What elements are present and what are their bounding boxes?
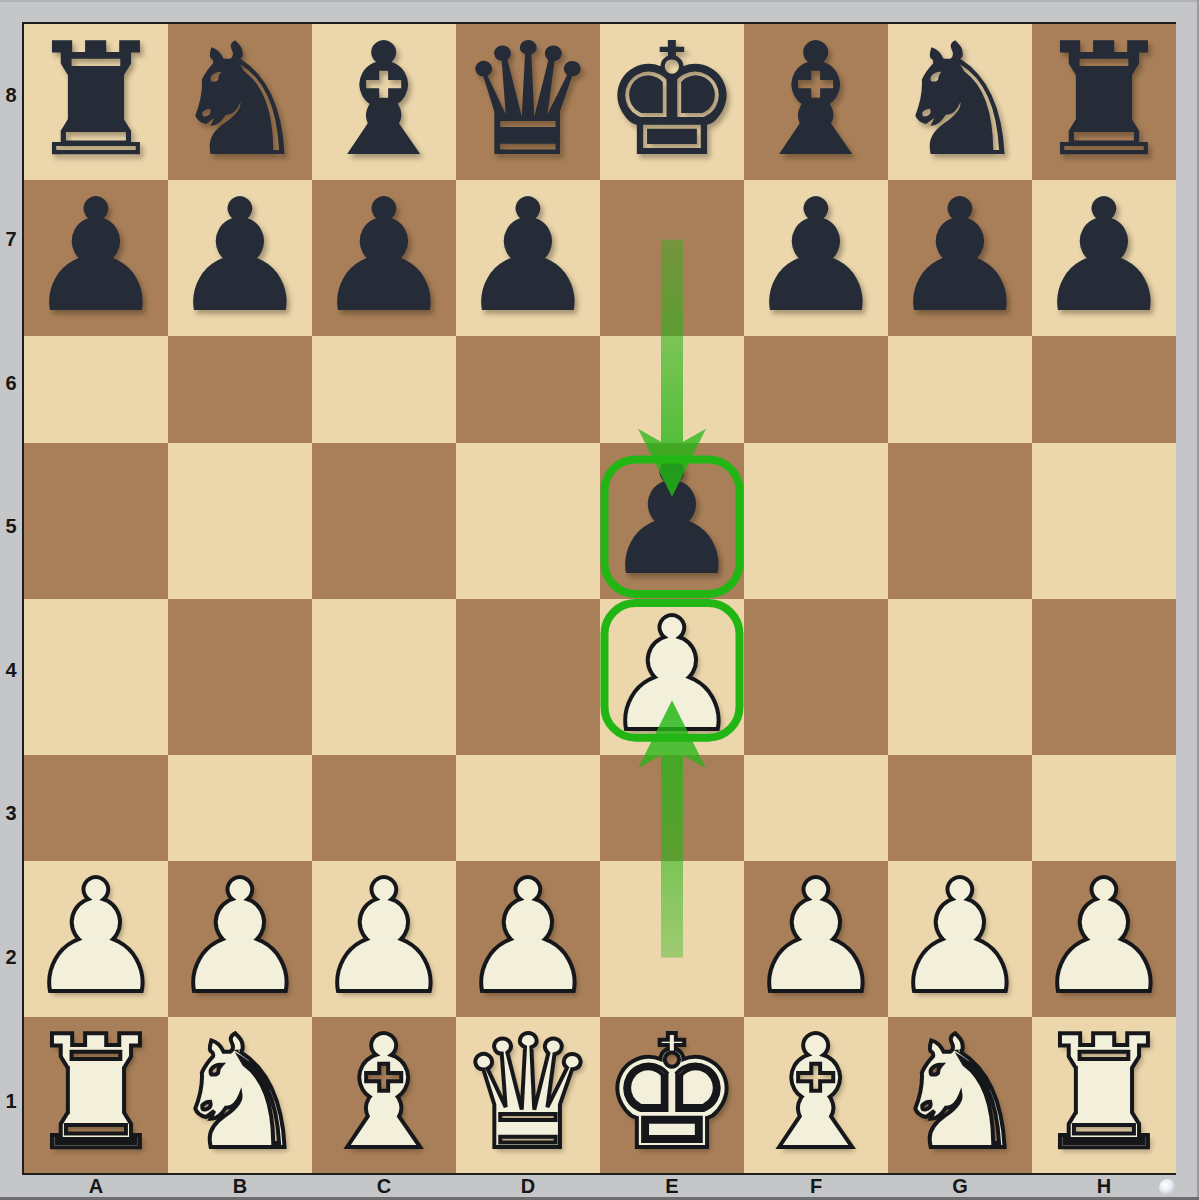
file-label-B: B (168, 1175, 312, 1197)
square-e8[interactable]: ♚ (600, 24, 744, 180)
piece-black-rook-a8[interactable]: ♜ (26, 22, 166, 178)
rank-label-6: 6 (0, 371, 22, 395)
piece-black-queen-d8[interactable]: ♛ (458, 22, 598, 178)
square-f1[interactable]: ♝ (744, 1017, 888, 1173)
square-a8[interactable]: ♜ (24, 24, 168, 180)
frame-edge-top (0, 0, 1199, 2)
piece-white-pawn-d2[interactable]: ♟ (458, 859, 598, 1015)
square-h6[interactable] (1032, 336, 1176, 443)
square-f8[interactable]: ♝ (744, 24, 888, 180)
piece-black-pawn-g7[interactable]: ♟ (890, 178, 1030, 334)
piece-black-pawn-d7[interactable]: ♟ (458, 178, 598, 334)
square-e3[interactable] (600, 755, 744, 862)
square-h4[interactable] (1032, 599, 1176, 755)
piece-black-pawn-h7[interactable]: ♟ (1034, 178, 1174, 334)
piece-white-bishop-c1[interactable]: ♝ (314, 1015, 454, 1171)
piece-white-bishop-f1[interactable]: ♝ (746, 1015, 886, 1171)
square-c7[interactable]: ♟ (312, 180, 456, 336)
square-a7[interactable]: ♟ (24, 180, 168, 336)
square-h2[interactable]: ♟ (1032, 861, 1176, 1017)
square-g8[interactable]: ♞ (888, 24, 1032, 180)
file-label-F: F (744, 1175, 888, 1197)
square-g2[interactable]: ♟ (888, 861, 1032, 1017)
square-a2[interactable]: ♟ (24, 861, 168, 1017)
rank-label-3: 3 (0, 802, 22, 826)
square-f7[interactable]: ♟ (744, 180, 888, 336)
square-e1[interactable]: ♚ (600, 1017, 744, 1173)
piece-black-pawn-a7[interactable]: ♟ (26, 178, 166, 334)
corner-dot (1159, 1179, 1176, 1196)
square-f5[interactable] (744, 443, 888, 599)
piece-black-pawn-b7[interactable]: ♟ (170, 178, 310, 334)
square-g7[interactable]: ♟ (888, 180, 1032, 336)
file-label-A: A (24, 1175, 168, 1197)
square-f4[interactable] (744, 599, 888, 755)
square-f6[interactable] (744, 336, 888, 443)
square-g5[interactable] (888, 443, 1032, 599)
square-h8[interactable]: ♜ (1032, 24, 1176, 180)
rank-label-1: 1 (0, 1089, 22, 1113)
file-label-E: E (600, 1175, 744, 1197)
square-c5[interactable] (312, 443, 456, 599)
piece-black-bishop-f8[interactable]: ♝ (746, 22, 886, 178)
square-a1[interactable]: ♜ (24, 1017, 168, 1173)
square-c4[interactable] (312, 599, 456, 755)
piece-black-rook-h8[interactable]: ♜ (1034, 22, 1174, 178)
square-b7[interactable]: ♟ (168, 180, 312, 336)
piece-black-king-e8[interactable]: ♚ (602, 22, 742, 178)
square-b5[interactable] (168, 443, 312, 599)
rank-label-7: 7 (0, 227, 22, 251)
square-d7[interactable]: ♟ (456, 180, 600, 336)
square-e2[interactable] (600, 861, 744, 1017)
square-a6[interactable] (24, 336, 168, 443)
square-c1[interactable]: ♝ (312, 1017, 456, 1173)
piece-white-queen-d1[interactable]: ♛ (458, 1015, 598, 1171)
square-a4[interactable] (24, 599, 168, 755)
piece-black-pawn-c7[interactable]: ♟ (314, 178, 454, 334)
piece-white-rook-a1[interactable]: ♜ (26, 1015, 166, 1171)
file-label-D: D (456, 1175, 600, 1197)
square-e5[interactable]: ♟ (600, 443, 744, 599)
square-e7[interactable] (600, 180, 744, 336)
piece-white-knight-b1[interactable]: ♞ (170, 1015, 310, 1171)
chess-board[interactable]: ♜♞♝♛♚♝♞♜♟♟♟♟♟♟♟♟♟♟♟♟♟♟♟♟♜♞♝♛♚♝♞♜ (22, 22, 1176, 1175)
square-g4[interactable] (888, 599, 1032, 755)
square-g6[interactable] (888, 336, 1032, 443)
piece-black-knight-b8[interactable]: ♞ (170, 22, 310, 178)
square-c6[interactable] (312, 336, 456, 443)
square-b2[interactable]: ♟ (168, 861, 312, 1017)
square-d5[interactable] (456, 443, 600, 599)
piece-black-pawn-f7[interactable]: ♟ (746, 178, 886, 334)
piece-white-king-e1[interactable]: ♚ (602, 1015, 742, 1171)
file-label-H: H (1032, 1175, 1176, 1197)
piece-black-bishop-c8[interactable]: ♝ (314, 22, 454, 178)
square-d4[interactable] (456, 599, 600, 755)
chessboard-app: { "game": "chess", "position": { "fen": … (0, 0, 1199, 1200)
piece-white-knight-g1[interactable]: ♞ (890, 1015, 1030, 1171)
rank-label-8: 8 (0, 84, 22, 108)
rank-label-2: 2 (0, 946, 22, 970)
piece-white-pawn-c2[interactable]: ♟ (314, 859, 454, 1015)
piece-white-pawn-g2[interactable]: ♟ (890, 859, 1030, 1015)
square-b4[interactable] (168, 599, 312, 755)
square-b6[interactable] (168, 336, 312, 443)
square-c2[interactable]: ♟ (312, 861, 456, 1017)
square-b1[interactable]: ♞ (168, 1017, 312, 1173)
square-g1[interactable]: ♞ (888, 1017, 1032, 1173)
piece-black-pawn-e5[interactable]: ♟ (602, 441, 742, 597)
piece-white-pawn-e4[interactable]: ♟ (602, 597, 742, 753)
square-d1[interactable]: ♛ (456, 1017, 600, 1173)
rank-label-4: 4 (0, 658, 22, 682)
square-b8[interactable]: ♞ (168, 24, 312, 180)
piece-white-pawn-a2[interactable]: ♟ (26, 859, 166, 1015)
piece-white-pawn-f2[interactable]: ♟ (746, 859, 886, 1015)
square-a5[interactable] (24, 443, 168, 599)
piece-white-pawn-b2[interactable]: ♟ (170, 859, 310, 1015)
square-h7[interactable]: ♟ (1032, 180, 1176, 336)
piece-white-rook-h1[interactable]: ♜ (1034, 1015, 1174, 1171)
square-d2[interactable]: ♟ (456, 861, 600, 1017)
square-d8[interactable]: ♛ (456, 24, 600, 180)
square-e4[interactable]: ♟ (600, 599, 744, 755)
square-d6[interactable] (456, 336, 600, 443)
piece-black-knight-g8[interactable]: ♞ (890, 22, 1030, 178)
square-h5[interactable] (1032, 443, 1176, 599)
square-c8[interactable]: ♝ (312, 24, 456, 180)
piece-white-pawn-h2[interactable]: ♟ (1034, 859, 1174, 1015)
square-f2[interactable]: ♟ (744, 861, 888, 1017)
square-h1[interactable]: ♜ (1032, 1017, 1176, 1173)
file-label-C: C (312, 1175, 456, 1197)
file-label-G: G (888, 1175, 1032, 1197)
rank-label-5: 5 (0, 515, 22, 539)
